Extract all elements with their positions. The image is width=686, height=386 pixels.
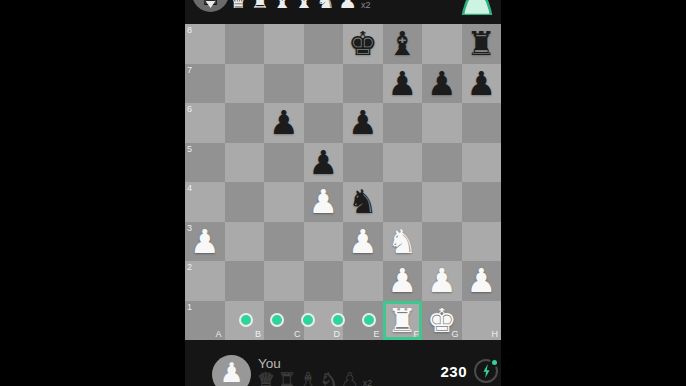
file-label: A [215, 329, 221, 339]
captured-black-pawn: ♟ [341, 370, 359, 386]
move-hint-dot-b1[interactable] [270, 313, 284, 327]
captured-black-queen: ♛ [257, 370, 275, 386]
square-a1[interactable]: 1A [185, 301, 225, 341]
square-a3[interactable]: 3♟ [185, 222, 225, 262]
captured-white-bishop: ♝ [294, 0, 313, 12]
square-a5[interactable]: 5 [185, 143, 225, 183]
square-h3[interactable] [462, 222, 502, 262]
opponent-captured-tray: ♛♜♝♝♞♟x2 [229, 0, 370, 12]
square-e4[interactable]: ♞ [343, 182, 383, 222]
square-d2[interactable] [304, 261, 344, 301]
square-c2[interactable] [264, 261, 304, 301]
square-f5[interactable] [383, 143, 423, 183]
white-pawn[interactable]: ♟ [348, 222, 378, 262]
chess-board: 8♚♝♜7♟♟♟6♟♟5♟4♟♞3♟♟♞2♟♟♟1ABCDEF♜G♚H [185, 24, 501, 340]
square-e2[interactable] [343, 261, 383, 301]
black-pawn[interactable]: ♟ [348, 103, 378, 143]
square-b3[interactable] [225, 222, 265, 262]
app-screen: ♚ ♛♜♝♝♞♟x2 8♚♝♜7♟♟♟6♟♟5♟4♟♞3♟♟♞2♟♟♟1ABCD… [185, 0, 501, 386]
captured-white-queen: ♛ [229, 0, 248, 12]
square-g4[interactable] [422, 182, 462, 222]
square-c8[interactable] [264, 24, 304, 64]
move-hint-dot-c1[interactable] [301, 313, 315, 327]
square-f1[interactable]: F♜ [383, 301, 423, 341]
white-pawn[interactable]: ♟ [466, 261, 496, 301]
player-captured-tray: ♛♜♝♞♟x2 [257, 370, 372, 386]
file-label: B [255, 329, 261, 339]
captured-black-rook: ♜ [278, 370, 296, 386]
square-b8[interactable] [225, 24, 265, 64]
white-pawn[interactable]: ♟ [427, 261, 457, 301]
square-d5[interactable]: ♟ [304, 143, 344, 183]
square-g6[interactable] [422, 103, 462, 143]
square-h1[interactable]: H [462, 301, 502, 341]
square-c4[interactable] [264, 182, 304, 222]
square-a8[interactable]: 8 [185, 24, 225, 64]
score-value: 230 [440, 363, 467, 380]
square-a2[interactable]: 2 [185, 261, 225, 301]
black-pawn[interactable]: ♟ [308, 143, 338, 183]
square-f2[interactable]: ♟ [383, 261, 423, 301]
square-a6[interactable]: 6 [185, 103, 225, 143]
captured-white-rook: ♜ [251, 0, 270, 12]
black-rook[interactable]: ♜ [466, 24, 496, 64]
captured-white-knight: ♞ [316, 0, 335, 12]
square-e8[interactable]: ♚ [343, 24, 383, 64]
lightning-icon [481, 364, 492, 378]
square-d7[interactable] [304, 64, 344, 104]
square-h5[interactable] [462, 143, 502, 183]
notification-badge [490, 358, 499, 367]
rank-label: 7 [187, 65, 192, 75]
file-label: H [492, 329, 499, 339]
move-hint-dot-d1[interactable] [331, 313, 345, 327]
black-pawn[interactable]: ♟ [269, 103, 299, 143]
white-pawn[interactable]: ♟ [190, 222, 220, 262]
square-a4[interactable]: 4 [185, 182, 225, 222]
captured-black-bishop: ♝ [299, 370, 317, 386]
square-d4[interactable]: ♟ [304, 182, 344, 222]
square-c6[interactable]: ♟ [264, 103, 304, 143]
black-pawn[interactable]: ♟ [466, 64, 496, 104]
square-c5[interactable] [264, 143, 304, 183]
file-label: G [451, 329, 458, 339]
black-pawn[interactable]: ♟ [427, 64, 457, 104]
square-g2[interactable]: ♟ [422, 261, 462, 301]
square-g1[interactable]: G♚ [422, 301, 462, 341]
player-avatar[interactable]: ♟ [212, 355, 251, 386]
square-g5[interactable] [422, 143, 462, 183]
square-f4[interactable] [383, 182, 423, 222]
black-knight[interactable]: ♞ [348, 182, 378, 222]
white-pawn[interactable]: ♟ [387, 261, 417, 301]
white-pawn-avatar-icon: ♟ [212, 355, 251, 386]
rank-label: 8 [187, 25, 192, 35]
square-g7[interactable]: ♟ [422, 64, 462, 104]
black-bishop[interactable]: ♝ [387, 24, 417, 64]
capture-multiplier: x2 [361, 1, 371, 10]
square-f3[interactable]: ♞ [383, 222, 423, 262]
square-d6[interactable] [304, 103, 344, 143]
square-h2[interactable]: ♟ [462, 261, 502, 301]
lightning-button[interactable] [474, 359, 498, 383]
square-b2[interactable] [225, 261, 265, 301]
rank-label: 5 [187, 144, 192, 154]
powerup-piece-icon[interactable] [461, 0, 493, 19]
file-label: E [373, 329, 379, 339]
move-hint-dot-e1[interactable] [362, 313, 376, 327]
square-g8[interactable] [422, 24, 462, 64]
opponent-avatar[interactable]: ♚ [192, 0, 229, 12]
square-d8[interactable] [304, 24, 344, 64]
file-label: F [414, 329, 420, 339]
white-pawn[interactable]: ♟ [308, 182, 338, 222]
square-b5[interactable] [225, 143, 265, 183]
square-h4[interactable] [462, 182, 502, 222]
square-a7[interactable]: 7 [185, 64, 225, 104]
square-b6[interactable] [225, 103, 265, 143]
white-knight[interactable]: ♞ [387, 222, 417, 262]
black-pawn[interactable]: ♟ [387, 64, 417, 104]
rank-label: 6 [187, 104, 192, 114]
square-e6[interactable]: ♟ [343, 103, 383, 143]
capture-multiplier: x2 [363, 379, 373, 386]
square-d3[interactable] [304, 222, 344, 262]
square-h8[interactable]: ♜ [462, 24, 502, 64]
square-g3[interactable] [422, 222, 462, 262]
square-f8[interactable]: ♝ [383, 24, 423, 64]
square-b4[interactable] [225, 182, 265, 222]
square-h7[interactable]: ♟ [462, 64, 502, 104]
square-e5[interactable] [343, 143, 383, 183]
captured-white-pawn: ♟ [338, 0, 357, 12]
square-f7[interactable]: ♟ [383, 64, 423, 104]
captured-white-bishop: ♝ [273, 0, 292, 12]
black-king[interactable]: ♚ [348, 24, 378, 64]
rank-label: 2 [187, 262, 192, 272]
file-label: D [334, 329, 341, 339]
rank-label: 3 [187, 223, 192, 233]
square-c7[interactable] [264, 64, 304, 104]
square-b7[interactable] [225, 64, 265, 104]
letterbox-stage: ♚ ♛♜♝♝♞♟x2 8♚♝♜7♟♟♟6♟♟5♟4♟♞3♟♟♞2♟♟♟1ABCD… [0, 0, 686, 386]
square-e3[interactable]: ♟ [343, 222, 383, 262]
square-e7[interactable] [343, 64, 383, 104]
square-f6[interactable] [383, 103, 423, 143]
file-label: C [294, 329, 301, 339]
square-h6[interactable] [462, 103, 502, 143]
captured-black-knight: ♞ [320, 370, 338, 386]
score-row: 230 [440, 359, 498, 383]
rank-label: 1 [187, 302, 192, 312]
square-c3[interactable] [264, 222, 304, 262]
rank-label: 4 [187, 183, 192, 193]
move-hint-dot-a1[interactable] [239, 313, 253, 327]
